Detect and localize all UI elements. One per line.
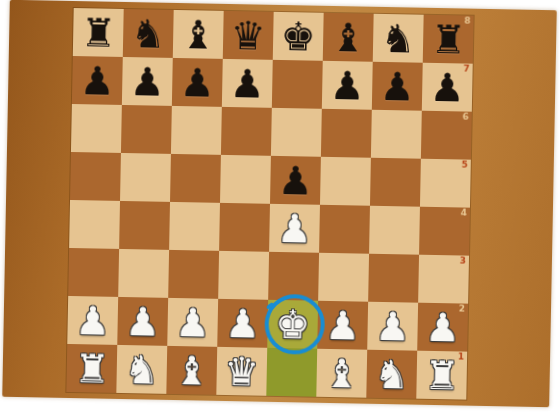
square-a2[interactable]: ♟ bbox=[67, 296, 118, 345]
piece-black-pawn: ♟ bbox=[122, 57, 173, 106]
square-e1[interactable] bbox=[266, 348, 317, 397]
square-a8[interactable]: ♜ bbox=[73, 8, 124, 57]
rank-label-8: 8 bbox=[464, 17, 470, 26]
square-d2[interactable]: ♟ bbox=[217, 299, 268, 348]
square-f7[interactable]: ♟ bbox=[322, 61, 373, 110]
square-c2[interactable]: ♟ bbox=[167, 298, 218, 347]
square-h4[interactable]: 4 bbox=[419, 207, 470, 256]
square-a3[interactable] bbox=[68, 248, 119, 297]
square-f1[interactable]: ♝ bbox=[316, 349, 367, 398]
piece-white-knight: ♞ bbox=[366, 350, 417, 399]
square-h7[interactable]: ♟7 bbox=[422, 63, 473, 112]
square-e3[interactable] bbox=[268, 252, 319, 301]
square-b8[interactable]: ♞ bbox=[123, 9, 174, 58]
square-b2[interactable]: ♟ bbox=[117, 297, 168, 346]
square-b5[interactable] bbox=[120, 153, 171, 202]
square-h3[interactable]: 3 bbox=[418, 255, 469, 304]
piece-white-pawn: ♟ bbox=[269, 204, 320, 253]
rank-label-7: 7 bbox=[463, 65, 469, 74]
piece-black-knight: ♞ bbox=[373, 14, 424, 63]
piece-white-pawn: ♟ bbox=[367, 302, 418, 351]
piece-black-pawn: ♟ bbox=[372, 62, 423, 111]
piece-white-pawn: ♟ bbox=[417, 303, 468, 352]
piece-white-knight: ♞ bbox=[116, 345, 167, 394]
square-b4[interactable] bbox=[119, 201, 170, 250]
square-f2[interactable]: ♟ bbox=[317, 301, 368, 350]
rank-label-2: 2 bbox=[459, 304, 465, 313]
square-d8[interactable]: ♛ bbox=[223, 11, 274, 60]
piece-white-king: ♚ bbox=[267, 300, 318, 349]
piece-black-bishop: ♝ bbox=[173, 10, 224, 59]
square-f3[interactable] bbox=[318, 253, 369, 302]
square-e2[interactable]: ♚ bbox=[267, 300, 318, 349]
square-c1[interactable]: ♝ bbox=[166, 346, 217, 395]
square-d4[interactable] bbox=[219, 203, 270, 252]
square-a5[interactable] bbox=[70, 152, 121, 201]
square-h2[interactable]: ♟2 bbox=[417, 303, 468, 352]
square-e6[interactable] bbox=[271, 108, 322, 157]
rank-label-5: 5 bbox=[461, 160, 467, 169]
square-c5[interactable] bbox=[170, 154, 221, 203]
square-f6[interactable] bbox=[321, 109, 372, 158]
piece-black-queen: ♛ bbox=[223, 11, 274, 60]
piece-white-rook: ♜ bbox=[416, 351, 467, 400]
square-g7[interactable]: ♟ bbox=[372, 62, 423, 111]
square-b3[interactable] bbox=[118, 249, 169, 298]
square-d7[interactable]: ♟ bbox=[222, 59, 273, 108]
piece-black-rook: ♜ bbox=[73, 8, 124, 57]
piece-white-pawn: ♟ bbox=[117, 297, 168, 346]
rank-label-3: 3 bbox=[460, 256, 466, 265]
piece-black-knight: ♞ bbox=[123, 9, 174, 58]
rank-label-6: 6 bbox=[462, 112, 468, 121]
piece-black-pawn: ♟ bbox=[422, 63, 473, 112]
piece-white-pawn: ♟ bbox=[167, 298, 218, 347]
square-c4[interactable] bbox=[169, 202, 220, 251]
piece-black-bishop: ♝ bbox=[323, 13, 374, 62]
square-e8[interactable]: ♚ bbox=[273, 12, 324, 61]
piece-black-pawn: ♟ bbox=[172, 58, 223, 107]
square-c6[interactable] bbox=[171, 106, 222, 155]
square-g3[interactable] bbox=[368, 254, 419, 303]
square-a7[interactable]: ♟ bbox=[72, 56, 123, 105]
square-h8[interactable]: ♜8 bbox=[423, 15, 474, 64]
piece-black-pawn: ♟ bbox=[322, 61, 373, 110]
square-g2[interactable]: ♟ bbox=[367, 302, 418, 351]
square-e5[interactable]: ♟ bbox=[270, 156, 321, 205]
square-b6[interactable] bbox=[121, 105, 172, 154]
piece-black-pawn: ♟ bbox=[222, 59, 273, 108]
square-c7[interactable]: ♟ bbox=[172, 58, 223, 107]
square-g6[interactable] bbox=[371, 110, 422, 159]
square-c3[interactable] bbox=[168, 250, 219, 299]
piece-white-bishop: ♝ bbox=[316, 349, 367, 398]
piece-white-pawn: ♟ bbox=[317, 301, 368, 350]
square-b7[interactable]: ♟ bbox=[122, 57, 173, 106]
photo-background: { "game": "chess", "position": { "fen": … bbox=[0, 0, 560, 420]
piece-black-king: ♚ bbox=[273, 12, 324, 61]
square-f5[interactable] bbox=[320, 157, 371, 206]
square-d6[interactable] bbox=[221, 107, 272, 156]
square-a4[interactable] bbox=[69, 200, 120, 249]
rank-label-4: 4 bbox=[460, 208, 466, 217]
chessboard-photo: ♜♞♝♛♚♝♞♜8♟♟♟♟♟♟♟76♟5♟43♟♟♟♟♚♟♟♟2♜♞♝♛♝♞♜1 bbox=[2, 0, 557, 407]
square-d3[interactable] bbox=[218, 251, 269, 300]
square-e7[interactable] bbox=[272, 60, 323, 109]
square-h5[interactable]: 5 bbox=[420, 159, 471, 208]
piece-white-pawn: ♟ bbox=[217, 299, 268, 348]
piece-white-queen: ♛ bbox=[216, 347, 267, 396]
square-g1[interactable]: ♞ bbox=[366, 350, 417, 399]
square-d1[interactable]: ♛ bbox=[216, 347, 267, 396]
square-a1[interactable]: ♜ bbox=[66, 344, 117, 393]
piece-black-pawn: ♟ bbox=[72, 56, 123, 105]
piece-white-rook: ♜ bbox=[66, 344, 117, 393]
square-f8[interactable]: ♝ bbox=[323, 13, 374, 62]
piece-black-rook: ♜ bbox=[423, 15, 474, 64]
square-h1[interactable]: ♜1 bbox=[416, 351, 467, 400]
square-g8[interactable]: ♞ bbox=[373, 14, 424, 63]
square-h6[interactable]: 6 bbox=[421, 111, 472, 160]
square-f4[interactable] bbox=[319, 205, 370, 254]
piece-white-pawn: ♟ bbox=[67, 296, 118, 345]
chess-board: ♜♞♝♛♚♝♞♜8♟♟♟♟♟♟♟76♟5♟43♟♟♟♟♚♟♟♟2♜♞♝♛♝♞♜1 bbox=[66, 8, 473, 400]
piece-white-bishop: ♝ bbox=[166, 346, 217, 395]
square-d5[interactable] bbox=[220, 155, 271, 204]
square-b1[interactable]: ♞ bbox=[116, 345, 167, 394]
rank-label-1: 1 bbox=[458, 352, 464, 361]
square-a6[interactable] bbox=[71, 104, 122, 153]
piece-black-pawn: ♟ bbox=[270, 156, 321, 205]
square-g4[interactable] bbox=[369, 206, 420, 255]
square-g5[interactable] bbox=[370, 158, 421, 207]
square-c8[interactable]: ♝ bbox=[173, 10, 224, 59]
square-e4[interactable]: ♟ bbox=[269, 204, 320, 253]
